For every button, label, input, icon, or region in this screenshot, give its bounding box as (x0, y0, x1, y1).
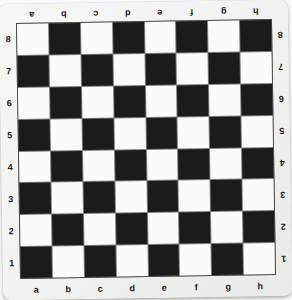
file-label-bottom-f: f (180, 281, 212, 294)
square-f4[interactable] (178, 148, 209, 179)
rank-label-left-8: 8 (2, 23, 15, 55)
file-label-bottom-c: c (84, 282, 116, 295)
square-e8[interactable] (144, 22, 175, 53)
rank-label-right-1: 1 (277, 243, 290, 275)
square-e3[interactable] (147, 181, 178, 212)
square-f8[interactable] (176, 21, 207, 52)
rank-label-left-6: 6 (3, 87, 16, 119)
file-label-top-a: a (16, 9, 48, 22)
square-a4[interactable] (19, 151, 50, 182)
square-a3[interactable] (20, 183, 51, 214)
file-label-top-d: d (112, 7, 144, 20)
file-label-bottom-d: d (116, 282, 148, 295)
square-f7[interactable] (177, 53, 208, 84)
square-d6[interactable] (114, 86, 145, 117)
square-c7[interactable] (81, 54, 112, 85)
file-label-bottom-a: a (20, 283, 52, 296)
square-e6[interactable] (145, 85, 176, 116)
square-c2[interactable] (84, 214, 115, 245)
rank-labels-right: 87654321 (274, 19, 290, 275)
square-f2[interactable] (179, 212, 210, 243)
square-h1[interactable] (244, 243, 275, 274)
file-labels-bottom: abcdefgh (20, 280, 276, 296)
square-c6[interactable] (82, 86, 113, 117)
square-g1[interactable] (212, 244, 243, 275)
square-e1[interactable] (148, 245, 179, 276)
file-label-top-c: c (80, 8, 112, 21)
file-label-bottom-b: b (52, 283, 84, 296)
square-a1[interactable] (21, 247, 52, 278)
square-d4[interactable] (115, 150, 146, 181)
file-label-top-h: h (240, 5, 272, 18)
square-g7[interactable] (209, 52, 240, 83)
square-f3[interactable] (179, 180, 210, 211)
square-h7[interactable] (241, 52, 272, 83)
rank-label-left-3: 3 (5, 183, 18, 215)
file-label-bottom-h: h (244, 280, 276, 293)
square-d3[interactable] (115, 181, 146, 212)
square-e4[interactable] (146, 149, 177, 180)
rank-label-right-4: 4 (276, 147, 289, 179)
square-g3[interactable] (211, 180, 242, 211)
square-c8[interactable] (81, 23, 112, 54)
square-b4[interactable] (51, 151, 82, 182)
rank-label-right-3: 3 (276, 179, 289, 211)
square-c5[interactable] (82, 118, 113, 149)
square-f5[interactable] (178, 117, 209, 148)
square-c3[interactable] (83, 182, 114, 213)
square-g4[interactable] (210, 148, 241, 179)
square-f6[interactable] (177, 85, 208, 116)
square-h3[interactable] (243, 179, 274, 210)
rank-label-right-8: 8 (274, 19, 287, 51)
square-d5[interactable] (114, 118, 145, 149)
rank-label-right-7: 7 (274, 51, 287, 83)
square-b5[interactable] (50, 119, 81, 150)
vinyl-chess-mat: abcdefgh abcdefgh 87654321 87654321 (0, 0, 292, 300)
square-e7[interactable] (145, 53, 176, 84)
file-label-bottom-g: g (212, 280, 244, 293)
rank-label-left-2: 2 (5, 215, 18, 247)
rank-label-left-7: 7 (2, 55, 15, 87)
square-b2[interactable] (52, 214, 83, 245)
square-g8[interactable] (208, 21, 239, 52)
rank-label-right-6: 6 (275, 83, 288, 115)
square-h6[interactable] (241, 84, 272, 115)
file-label-top-g: g (208, 6, 240, 19)
square-h5[interactable] (242, 116, 273, 147)
square-a5[interactable] (19, 119, 50, 150)
square-h2[interactable] (243, 211, 274, 242)
rank-label-right-2: 2 (277, 211, 290, 243)
square-c4[interactable] (83, 150, 114, 181)
square-b3[interactable] (51, 182, 82, 213)
square-b1[interactable] (52, 246, 83, 277)
chess-board (16, 19, 276, 279)
square-e5[interactable] (146, 117, 177, 148)
rank-label-left-5: 5 (3, 119, 16, 151)
square-g2[interactable] (211, 212, 242, 243)
square-h4[interactable] (242, 147, 273, 178)
square-g6[interactable] (209, 84, 240, 115)
square-a7[interactable] (18, 55, 49, 86)
square-f1[interactable] (180, 244, 211, 275)
square-a6[interactable] (18, 87, 49, 118)
rank-label-right-5: 5 (275, 115, 288, 147)
file-label-top-f: f (176, 6, 208, 19)
square-d2[interactable] (116, 213, 147, 244)
rank-label-left-1: 1 (6, 247, 19, 279)
square-a2[interactable] (20, 215, 51, 246)
square-h8[interactable] (240, 20, 271, 51)
square-b8[interactable] (49, 23, 80, 54)
file-label-top-e: e (144, 7, 176, 20)
square-a8[interactable] (17, 24, 48, 55)
square-d1[interactable] (116, 245, 147, 276)
square-c1[interactable] (84, 246, 115, 277)
square-b7[interactable] (49, 55, 80, 86)
rank-label-left-4: 4 (4, 151, 17, 183)
square-e2[interactable] (147, 213, 178, 244)
square-g5[interactable] (210, 116, 241, 147)
square-d8[interactable] (113, 22, 144, 53)
square-d7[interactable] (113, 54, 144, 85)
file-label-top-b: b (48, 8, 80, 21)
square-b6[interactable] (50, 87, 81, 118)
file-label-bottom-e: e (148, 281, 180, 294)
